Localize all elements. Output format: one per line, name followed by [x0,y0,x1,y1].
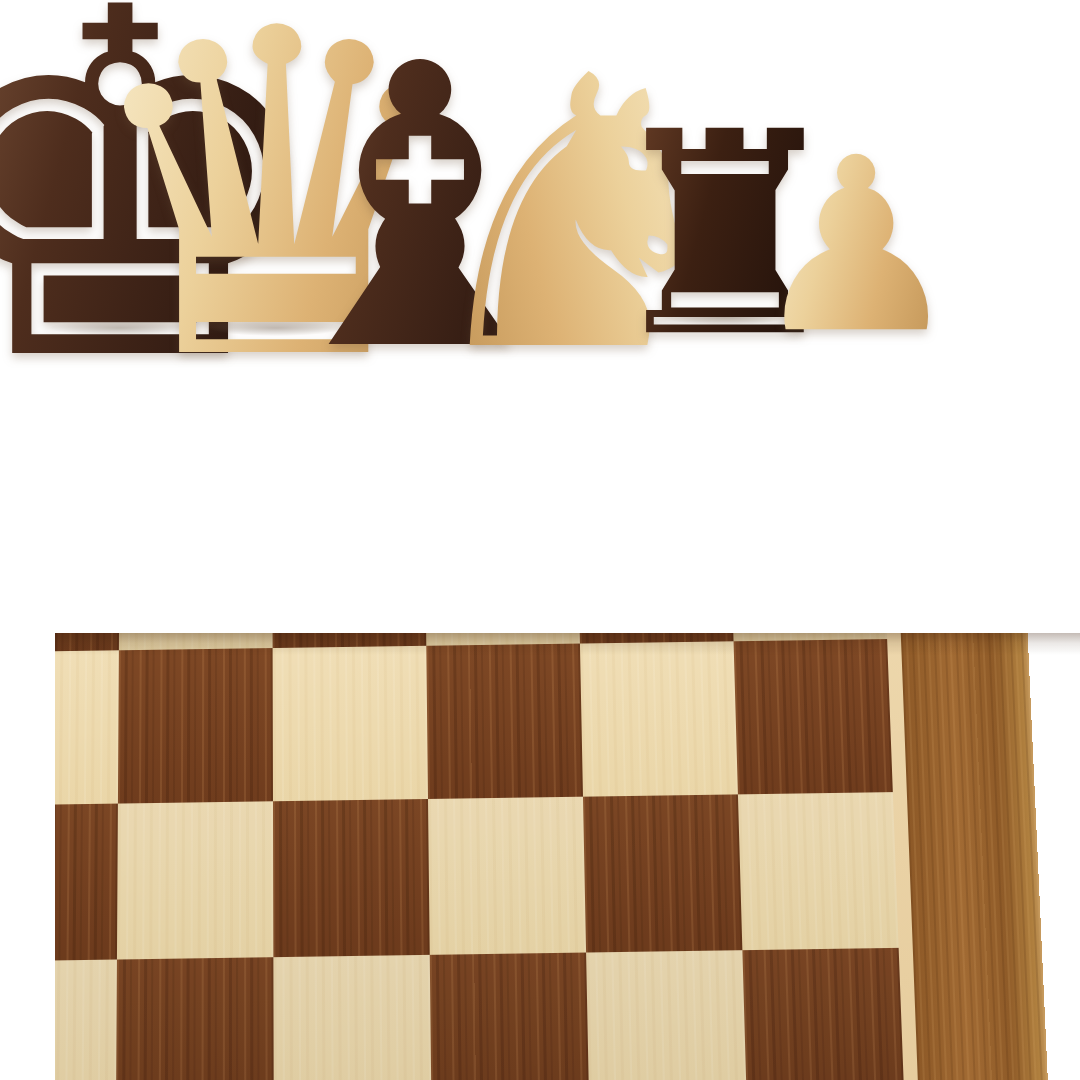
board-grid [55,633,905,1080]
board-square-r4-c1 [55,960,117,1080]
board-square-r4-c6 [742,948,904,1080]
board-square-r3-c6 [738,792,899,950]
board-square-r2-c4 [426,644,583,799]
board-square-r3-c2 [117,801,273,959]
pieces-lineup: ♚♛♝♞♜♟ [0,0,1080,360]
board-square-r4-c4 [430,953,589,1080]
product-photo: ♚♛♝♞♜♟ [0,0,1080,1080]
board-square-r4-c2 [116,957,274,1080]
board-square-r2-c3 [273,646,428,801]
board-square-r2-c6 [734,639,893,794]
board-square-r3-c3 [273,799,430,957]
board-square-r2-c5 [580,641,738,796]
board-photo-window [55,633,1080,1080]
board-square-r3-c4 [428,797,586,955]
board-square-r4-c3 [273,955,431,1080]
board-square-r4-c5 [586,950,747,1080]
board-square-r3-c1 [55,804,118,962]
chess-board [55,633,1049,1080]
board-square-r3-c5 [583,794,742,952]
piece-pawn: ♟ [748,126,963,366]
board-square-r2-c1 [55,650,119,806]
board-square-r2-c2 [118,648,273,804]
board-frame [895,633,1049,1080]
